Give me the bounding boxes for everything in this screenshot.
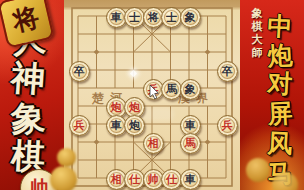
xiangqi-piece-red-相[interactable]: 相 [143,133,164,154]
xiangqi-piece-black-象[interactable]: 象 [180,79,201,100]
xiangqi-piece-black-士[interactable]: 士 [161,7,182,28]
decor-gold-piece [50,166,77,190]
left-banner: 大 神 象 棋 将 [0,0,64,190]
watermark [140,108,174,121]
xiangqi-piece-black-卒[interactable]: 卒 [217,61,238,82]
xiangqi-piece-black-象[interactable]: 象 [180,7,201,28]
decor-gold-item [246,158,270,182]
xiangqi-piece-red-兵[interactable]: 兵 [217,115,238,136]
xiangqi-piece-red-兵[interactable]: 兵 [69,115,90,136]
mouse-cursor [149,85,160,100]
brand-char-4: 師 [250,45,264,60]
xiangqi-piece-black-士[interactable]: 士 [124,7,145,28]
xiangqi-piece-red-馬[interactable]: 馬 [180,133,201,154]
xiangqi-piece-black-炮[interactable]: 炮 [124,115,145,136]
thumbnail-stage: 楚河 漢界 車士将士象卒卒兵馬象炮炮兵車炮車兵相馬相仕帅仕車 大 神 象 棋 将… [0,0,304,190]
xiangqi-piece-black-車[interactable]: 車 [180,169,201,190]
decor-gold-piece [57,148,76,167]
xiangqi-piece-red-仕[interactable]: 仕 [161,169,182,190]
xiangqi-piece-red-仕[interactable]: 仕 [124,169,145,190]
xiangqi-piece-black-卒[interactable]: 卒 [69,61,90,82]
xiangqi-piece-black-馬[interactable]: 馬 [161,79,182,100]
